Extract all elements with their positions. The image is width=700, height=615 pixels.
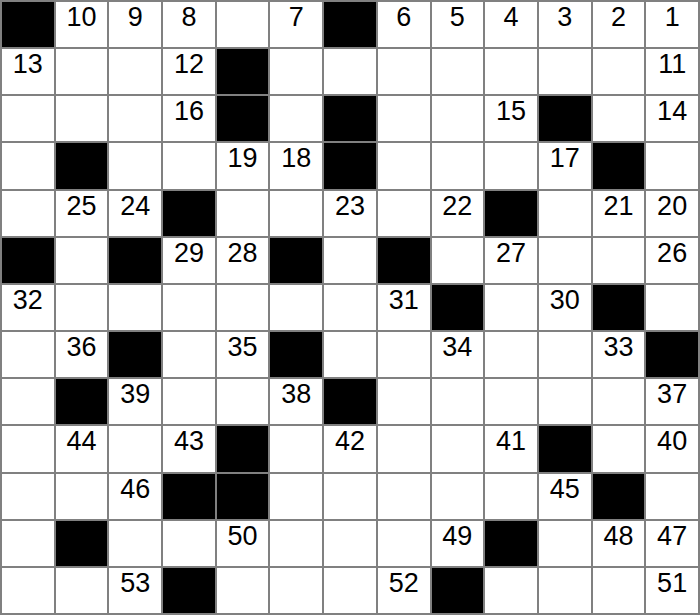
black-cell-r0c6 <box>324 2 376 47</box>
cell-r4c0[interactable] <box>2 191 54 236</box>
cell-r11c11[interactable]: 48 <box>593 521 645 566</box>
clue-number: 12 <box>174 51 204 78</box>
black-cell-r2c4 <box>217 96 269 141</box>
clue-number: 37 <box>657 381 687 408</box>
cell-r9c7[interactable] <box>378 426 430 471</box>
black-cell-r5c5 <box>270 238 322 283</box>
cell-r8c3[interactable] <box>163 379 215 424</box>
cell-r1c10[interactable] <box>539 49 591 94</box>
black-cell-r5c7 <box>378 238 430 283</box>
cell-r3c2[interactable] <box>109 143 161 188</box>
cell-r7c7[interactable] <box>378 332 430 377</box>
clue-number: 6 <box>396 4 411 31</box>
cell-r6c7[interactable]: 31 <box>378 285 430 330</box>
clue-number: 16 <box>174 98 204 125</box>
cell-r3c10[interactable]: 17 <box>539 143 591 188</box>
cell-r7c9[interactable] <box>485 332 537 377</box>
cell-r7c8[interactable]: 34 <box>432 332 484 377</box>
cell-r12c5[interactable] <box>270 568 322 613</box>
cell-r1c11[interactable] <box>593 49 645 94</box>
clue-number: 21 <box>603 193 633 220</box>
clue-number: 39 <box>120 381 150 408</box>
cell-r10c10[interactable]: 45 <box>539 474 591 519</box>
cell-r9c5[interactable] <box>270 426 322 471</box>
cell-r12c2[interactable]: 53 <box>109 568 161 613</box>
crossword-grid: 1098765432113121116151419181725242322212… <box>0 0 700 615</box>
cell-r0c3[interactable]: 8 <box>163 2 215 47</box>
cell-r1c2[interactable] <box>109 49 161 94</box>
cell-r10c12[interactable] <box>646 474 698 519</box>
cell-r8c8[interactable] <box>432 379 484 424</box>
cell-r5c3[interactable]: 29 <box>163 238 215 283</box>
clue-number: 1 <box>665 4 680 31</box>
cell-r11c0[interactable] <box>2 521 54 566</box>
clue-number: 27 <box>496 240 526 267</box>
cell-r11c4[interactable]: 50 <box>217 521 269 566</box>
cell-r7c4[interactable]: 35 <box>217 332 269 377</box>
cell-r5c9[interactable]: 27 <box>485 238 537 283</box>
cell-r3c0[interactable] <box>2 143 54 188</box>
cell-r1c0[interactable]: 13 <box>2 49 54 94</box>
black-cell-r6c11 <box>593 285 645 330</box>
cell-r1c9[interactable] <box>485 49 537 94</box>
cell-r8c4[interactable] <box>217 379 269 424</box>
cell-r2c8[interactable] <box>432 96 484 141</box>
clue-number: 18 <box>281 145 311 172</box>
cell-r7c0[interactable] <box>2 332 54 377</box>
cell-r11c5[interactable] <box>270 521 322 566</box>
clue-number: 22 <box>442 193 472 220</box>
cell-r11c12[interactable]: 47 <box>646 521 698 566</box>
cell-r8c7[interactable] <box>378 379 430 424</box>
cell-r1c7[interactable] <box>378 49 430 94</box>
cell-r4c5[interactable] <box>270 191 322 236</box>
cell-r6c4[interactable] <box>217 285 269 330</box>
clue-number: 7 <box>289 4 304 31</box>
clue-number: 15 <box>496 98 526 125</box>
clue-number: 51 <box>657 570 687 597</box>
clue-number: 44 <box>67 428 97 455</box>
black-cell-r11c1 <box>56 521 108 566</box>
cell-r9c0[interactable] <box>2 426 54 471</box>
clue-number: 48 <box>603 523 633 550</box>
cell-r6c2[interactable] <box>109 285 161 330</box>
black-cell-r3c1 <box>56 143 108 188</box>
cell-r10c7[interactable] <box>378 474 430 519</box>
cell-r1c5[interactable] <box>270 49 322 94</box>
black-cell-r12c8 <box>432 568 484 613</box>
cell-r3c3[interactable] <box>163 143 215 188</box>
cell-r11c2[interactable] <box>109 521 161 566</box>
clue-number: 26 <box>657 240 687 267</box>
clue-number: 28 <box>228 240 258 267</box>
cell-r4c12[interactable]: 20 <box>646 191 698 236</box>
cell-r4c2[interactable]: 24 <box>109 191 161 236</box>
clue-number: 9 <box>128 4 143 31</box>
cell-r12c12[interactable]: 51 <box>646 568 698 613</box>
cell-r5c6[interactable] <box>324 238 376 283</box>
black-cell-r10c11 <box>593 474 645 519</box>
cell-r2c5[interactable] <box>270 96 322 141</box>
black-cell-r3c6 <box>324 143 376 188</box>
cell-r2c0[interactable] <box>2 96 54 141</box>
cell-r1c12[interactable]: 11 <box>646 49 698 94</box>
clue-number: 46 <box>120 476 150 503</box>
black-cell-r8c1 <box>56 379 108 424</box>
clue-number: 14 <box>657 98 687 125</box>
clue-number: 49 <box>442 523 472 550</box>
clue-number: 42 <box>335 428 365 455</box>
black-cell-r10c3 <box>163 474 215 519</box>
black-cell-r2c6 <box>324 96 376 141</box>
cell-r2c7[interactable] <box>378 96 430 141</box>
clue-number: 11 <box>658 51 686 78</box>
cell-r2c11[interactable] <box>593 96 645 141</box>
clue-number: 29 <box>174 240 204 267</box>
clue-number: 40 <box>657 428 687 455</box>
cell-r2c9[interactable]: 15 <box>485 96 537 141</box>
cell-r10c6[interactable] <box>324 474 376 519</box>
cell-r3c4[interactable]: 19 <box>217 143 269 188</box>
cell-r11c6[interactable] <box>324 521 376 566</box>
cell-r9c9[interactable]: 41 <box>485 426 537 471</box>
cell-r6c6[interactable] <box>324 285 376 330</box>
cell-r2c12[interactable]: 14 <box>646 96 698 141</box>
clue-number: 31 <box>389 287 419 314</box>
black-cell-r11c9 <box>485 521 537 566</box>
black-cell-r9c10 <box>539 426 591 471</box>
black-cell-r5c0 <box>2 238 54 283</box>
black-cell-r1c4 <box>217 49 269 94</box>
clue-number: 3 <box>557 4 572 31</box>
clue-number: 50 <box>228 523 258 550</box>
cell-r11c8[interactable]: 49 <box>432 521 484 566</box>
black-cell-r0c0 <box>2 2 54 47</box>
cell-r1c1[interactable] <box>56 49 108 94</box>
clue-number: 5 <box>450 4 465 31</box>
cell-r9c12[interactable]: 40 <box>646 426 698 471</box>
cell-r6c10[interactable]: 30 <box>539 285 591 330</box>
cell-r4c7[interactable] <box>378 191 430 236</box>
clue-number: 47 <box>657 523 687 550</box>
cell-r9c8[interactable] <box>432 426 484 471</box>
black-cell-r10c4 <box>217 474 269 519</box>
clue-number: 8 <box>181 4 196 31</box>
cell-r1c8[interactable] <box>432 49 484 94</box>
cell-r9c6[interactable]: 42 <box>324 426 376 471</box>
black-cell-r4c9 <box>485 191 537 236</box>
cell-r4c4[interactable] <box>217 191 269 236</box>
cell-r0c2[interactable]: 9 <box>109 2 161 47</box>
clue-number: 38 <box>281 381 311 408</box>
clue-number: 19 <box>228 145 258 172</box>
black-cell-r7c5 <box>270 332 322 377</box>
black-cell-r2c10 <box>539 96 591 141</box>
cell-r5c11[interactable] <box>593 238 645 283</box>
cell-r10c0[interactable] <box>2 474 54 519</box>
cell-r12c6[interactable] <box>324 568 376 613</box>
clue-number: 35 <box>228 334 258 361</box>
cell-r0c5[interactable]: 7 <box>270 2 322 47</box>
cell-r6c3[interactable] <box>163 285 215 330</box>
clue-number: 53 <box>120 570 150 597</box>
cell-r10c1[interactable] <box>56 474 108 519</box>
clue-number: 32 <box>13 287 43 314</box>
cell-r8c11[interactable] <box>593 379 645 424</box>
black-cell-r9c4 <box>217 426 269 471</box>
cell-r9c11[interactable] <box>593 426 645 471</box>
clue-number: 13 <box>13 51 43 78</box>
black-cell-r5c2 <box>109 238 161 283</box>
cell-r6c1[interactable] <box>56 285 108 330</box>
clue-number: 30 <box>550 287 580 314</box>
cell-r2c1[interactable] <box>56 96 108 141</box>
cell-r11c10[interactable] <box>539 521 591 566</box>
clue-number: 36 <box>67 334 97 361</box>
cell-r5c1[interactable] <box>56 238 108 283</box>
cell-r7c10[interactable] <box>539 332 591 377</box>
cell-r6c9[interactable] <box>485 285 537 330</box>
cell-r12c4[interactable] <box>217 568 269 613</box>
clue-number: 10 <box>67 4 97 31</box>
clue-number: 25 <box>67 193 97 220</box>
clue-number: 4 <box>504 4 519 31</box>
cell-r5c12[interactable]: 26 <box>646 238 698 283</box>
cell-r8c2[interactable]: 39 <box>109 379 161 424</box>
cell-r4c10[interactable] <box>539 191 591 236</box>
clue-number: 2 <box>611 4 626 31</box>
clue-number: 24 <box>120 193 150 220</box>
clue-number: 33 <box>603 334 633 361</box>
cell-r2c2[interactable] <box>109 96 161 141</box>
cell-r0c9[interactable]: 4 <box>485 2 537 47</box>
cell-r0c7[interactable]: 6 <box>378 2 430 47</box>
black-cell-r6c8 <box>432 285 484 330</box>
clue-number: 20 <box>657 193 687 220</box>
cell-r3c8[interactable] <box>432 143 484 188</box>
cell-r10c2[interactable]: 46 <box>109 474 161 519</box>
cell-r8c10[interactable] <box>539 379 591 424</box>
cell-r9c3[interactable]: 43 <box>163 426 215 471</box>
cell-r11c3[interactable] <box>163 521 215 566</box>
cell-r7c3[interactable] <box>163 332 215 377</box>
cell-r3c7[interactable] <box>378 143 430 188</box>
cell-r12c10[interactable] <box>539 568 591 613</box>
cell-r0c8[interactable]: 5 <box>432 2 484 47</box>
cell-r8c9[interactable] <box>485 379 537 424</box>
cell-r7c1[interactable]: 36 <box>56 332 108 377</box>
cell-r5c4[interactable]: 28 <box>217 238 269 283</box>
cell-r8c5[interactable]: 38 <box>270 379 322 424</box>
clue-number: 34 <box>442 334 472 361</box>
cell-r9c2[interactable] <box>109 426 161 471</box>
cell-r3c12[interactable] <box>646 143 698 188</box>
black-cell-r7c2 <box>109 332 161 377</box>
cell-r10c8[interactable] <box>432 474 484 519</box>
cell-r6c0[interactable]: 32 <box>2 285 54 330</box>
cell-r12c11[interactable] <box>593 568 645 613</box>
cell-r5c10[interactable] <box>539 238 591 283</box>
cell-r6c12[interactable] <box>646 285 698 330</box>
cell-r8c12[interactable]: 37 <box>646 379 698 424</box>
clue-number: 43 <box>174 428 204 455</box>
cell-r12c0[interactable] <box>2 568 54 613</box>
black-cell-r4c3 <box>163 191 215 236</box>
cell-r11c7[interactable] <box>378 521 430 566</box>
cell-r12c1[interactable] <box>56 568 108 613</box>
cell-r12c7[interactable]: 52 <box>378 568 430 613</box>
cell-r6c5[interactable] <box>270 285 322 330</box>
cell-r10c9[interactable] <box>485 474 537 519</box>
cell-r4c8[interactable]: 22 <box>432 191 484 236</box>
cell-r9c1[interactable]: 44 <box>56 426 108 471</box>
clue-number: 52 <box>389 570 419 597</box>
cell-r8c0[interactable] <box>2 379 54 424</box>
clue-number: 41 <box>496 428 526 455</box>
black-cell-r8c6 <box>324 379 376 424</box>
cell-r2c3[interactable]: 16 <box>163 96 215 141</box>
cell-r5c8[interactable] <box>432 238 484 283</box>
black-cell-r7c12 <box>646 332 698 377</box>
cell-r7c6[interactable] <box>324 332 376 377</box>
clue-number: 45 <box>550 476 580 503</box>
cell-r7c11[interactable]: 33 <box>593 332 645 377</box>
black-cell-r3c11 <box>593 143 645 188</box>
cell-r12c9[interactable] <box>485 568 537 613</box>
cell-r3c5[interactable]: 18 <box>270 143 322 188</box>
black-cell-r12c3 <box>163 568 215 613</box>
cell-r0c10[interactable]: 3 <box>539 2 591 47</box>
cell-r1c3[interactable]: 12 <box>163 49 215 94</box>
cell-r4c1[interactable]: 25 <box>56 191 108 236</box>
cell-r0c1[interactable]: 10 <box>56 2 108 47</box>
cell-r4c11[interactable]: 21 <box>593 191 645 236</box>
cell-r10c5[interactable] <box>270 474 322 519</box>
cell-r0c12[interactable]: 1 <box>646 2 698 47</box>
clue-number: 17 <box>550 145 580 172</box>
cell-r1c6[interactable] <box>324 49 376 94</box>
cell-r4c6[interactable]: 23 <box>324 191 376 236</box>
clue-number: 23 <box>335 193 365 220</box>
cell-r0c4[interactable] <box>217 2 269 47</box>
cell-r3c9[interactable] <box>485 143 537 188</box>
cell-r0c11[interactable]: 2 <box>593 2 645 47</box>
